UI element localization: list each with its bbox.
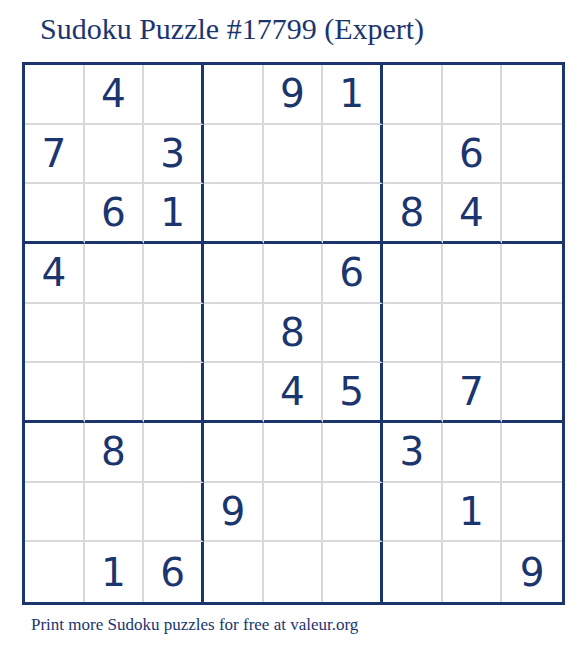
cell-r8c6-empty[interactable]: [323, 483, 383, 543]
cell-r9c1-empty[interactable]: [25, 542, 85, 602]
cell-r2c7-empty[interactable]: [383, 125, 443, 185]
cell-r7c5-empty[interactable]: [264, 423, 324, 483]
cell-r2c2-empty[interactable]: [85, 125, 145, 185]
cell-r9c9-given-9[interactable]: 9: [502, 542, 562, 602]
cell-r5c9-empty[interactable]: [502, 304, 562, 364]
cell-r1c7-empty[interactable]: [383, 65, 443, 125]
cell-r3c6-empty[interactable]: [323, 184, 383, 244]
cell-r3c7-given-8[interactable]: 8: [383, 184, 443, 244]
cell-r1c1-empty[interactable]: [25, 65, 85, 125]
page-title: Sudoku Puzzle #17799 (Expert): [0, 0, 580, 44]
cell-r6c3-empty[interactable]: [144, 363, 204, 423]
cell-r6c5-given-4[interactable]: 4: [264, 363, 324, 423]
cell-r1c4-empty[interactable]: [204, 65, 264, 125]
cell-r9c2-given-1[interactable]: 1: [85, 542, 145, 602]
cell-r3c8-given-4[interactable]: 4: [443, 184, 503, 244]
cell-r1c6-given-1[interactable]: 1: [323, 65, 383, 125]
cell-r2c8-given-6[interactable]: 6: [443, 125, 503, 185]
cell-r5c5-given-8[interactable]: 8: [264, 304, 324, 364]
cell-r2c1-given-7[interactable]: 7: [25, 125, 85, 185]
cell-r8c5-empty[interactable]: [264, 483, 324, 543]
cell-r6c8-given-7[interactable]: 7: [443, 363, 503, 423]
cell-r3c5-empty[interactable]: [264, 184, 324, 244]
cell-r9c3-given-6[interactable]: 6: [144, 542, 204, 602]
cell-r4c8-empty[interactable]: [443, 244, 503, 304]
cell-r6c2-empty[interactable]: [85, 363, 145, 423]
cell-r5c2-empty[interactable]: [85, 304, 145, 364]
cell-r5c8-empty[interactable]: [443, 304, 503, 364]
cell-r5c7-empty[interactable]: [383, 304, 443, 364]
cell-r7c9-empty[interactable]: [502, 423, 562, 483]
cell-r7c7-given-3[interactable]: 3: [383, 423, 443, 483]
cell-r9c5-empty[interactable]: [264, 542, 324, 602]
cell-r1c2-given-4[interactable]: 4: [85, 65, 145, 125]
sudoku-board: 49173661844684578391169: [22, 62, 565, 605]
cell-r3c4-empty[interactable]: [204, 184, 264, 244]
cell-r4c4-empty[interactable]: [204, 244, 264, 304]
cell-r2c4-empty[interactable]: [204, 125, 264, 185]
cell-r7c8-empty[interactable]: [443, 423, 503, 483]
cell-r5c3-empty[interactable]: [144, 304, 204, 364]
cell-r9c7-empty[interactable]: [383, 542, 443, 602]
cell-r4c9-empty[interactable]: [502, 244, 562, 304]
cell-r8c9-empty[interactable]: [502, 483, 562, 543]
cell-r7c3-empty[interactable]: [144, 423, 204, 483]
cell-r6c7-empty[interactable]: [383, 363, 443, 423]
cell-r1c8-empty[interactable]: [443, 65, 503, 125]
cell-r5c4-empty[interactable]: [204, 304, 264, 364]
cell-r6c6-given-5[interactable]: 5: [323, 363, 383, 423]
cell-r8c8-given-1[interactable]: 1: [443, 483, 503, 543]
cell-r1c3-empty[interactable]: [144, 65, 204, 125]
cell-r2c9-empty[interactable]: [502, 125, 562, 185]
cell-r4c5-empty[interactable]: [264, 244, 324, 304]
cell-r7c4-empty[interactable]: [204, 423, 264, 483]
cell-r4c6-given-6[interactable]: 6: [323, 244, 383, 304]
cell-r8c4-given-9[interactable]: 9: [204, 483, 264, 543]
cell-r7c6-empty[interactable]: [323, 423, 383, 483]
cell-r5c6-empty[interactable]: [323, 304, 383, 364]
cell-r7c2-given-8[interactable]: 8: [85, 423, 145, 483]
cell-r3c3-given-1[interactable]: 1: [144, 184, 204, 244]
cell-r1c5-given-9[interactable]: 9: [264, 65, 324, 125]
cell-r4c1-given-4[interactable]: 4: [25, 244, 85, 304]
cell-r3c9-empty[interactable]: [502, 184, 562, 244]
cell-r8c2-empty[interactable]: [85, 483, 145, 543]
cell-r6c9-empty[interactable]: [502, 363, 562, 423]
cell-r3c1-empty[interactable]: [25, 184, 85, 244]
footer-text: Print more Sudoku puzzles for free at va…: [31, 614, 580, 636]
cell-r8c1-empty[interactable]: [25, 483, 85, 543]
cell-r1c9-empty[interactable]: [502, 65, 562, 125]
cell-r3c2-given-6[interactable]: 6: [85, 184, 145, 244]
cell-r6c1-empty[interactable]: [25, 363, 85, 423]
cell-r4c7-empty[interactable]: [383, 244, 443, 304]
cell-r8c3-empty[interactable]: [144, 483, 204, 543]
cell-r9c4-empty[interactable]: [204, 542, 264, 602]
cell-r4c2-empty[interactable]: [85, 244, 145, 304]
cell-r9c8-empty[interactable]: [443, 542, 503, 602]
cell-r2c6-empty[interactable]: [323, 125, 383, 185]
sudoku-page: Sudoku Puzzle #17799 (Expert) 4917366184…: [0, 0, 580, 651]
cell-r8c7-empty[interactable]: [383, 483, 443, 543]
cell-r7c1-empty[interactable]: [25, 423, 85, 483]
cell-r5c1-empty[interactable]: [25, 304, 85, 364]
cell-r2c5-empty[interactable]: [264, 125, 324, 185]
cell-r2c3-given-3[interactable]: 3: [144, 125, 204, 185]
cell-r9c6-empty[interactable]: [323, 542, 383, 602]
cell-r4c3-empty[interactable]: [144, 244, 204, 304]
cell-r6c4-empty[interactable]: [204, 363, 264, 423]
